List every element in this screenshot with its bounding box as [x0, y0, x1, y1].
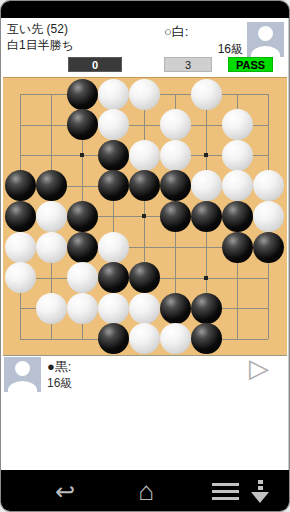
stone-white [98, 79, 129, 110]
play-button[interactable]: ▷ [249, 353, 269, 383]
hoshi-dot [80, 153, 84, 157]
stone-black [67, 232, 98, 263]
hoshi-dot [204, 153, 208, 157]
stone-white [5, 232, 36, 263]
stone-black [67, 109, 98, 140]
go-board[interactable] [3, 77, 287, 356]
stone-black [222, 201, 253, 232]
right-edge-divider [288, 18, 289, 470]
avatar-head-icon [15, 361, 30, 376]
stone-white [67, 262, 98, 293]
stone-black [98, 170, 129, 201]
menu-bars [212, 483, 239, 500]
stone-white [129, 323, 160, 354]
stone-black [5, 201, 36, 232]
white-player-avatar [247, 22, 284, 57]
stone-white [191, 79, 222, 110]
back-icon[interactable]: ↩ [47, 470, 83, 512]
stone-white [36, 293, 67, 324]
stone-black [253, 232, 284, 263]
stone-white [160, 323, 191, 354]
pass-button[interactable]: PASS [228, 57, 273, 72]
black-capture-counter: 0 [68, 57, 122, 72]
stone-black [98, 323, 129, 354]
stone-white [67, 293, 98, 324]
stone-black [160, 201, 191, 232]
match-info-line1: 互い先 (52) [7, 22, 68, 36]
stone-white [222, 109, 253, 140]
avatar-head-icon [258, 26, 273, 41]
stone-white [253, 170, 284, 201]
stone-white [129, 293, 160, 324]
stone-black [191, 293, 222, 324]
stone-white [98, 232, 129, 263]
stone-white [129, 140, 160, 171]
stone-black [191, 323, 222, 354]
stone-black [160, 293, 191, 324]
stone-white [98, 109, 129, 140]
hoshi-dot [142, 214, 146, 218]
stone-black [67, 201, 98, 232]
stone-white [253, 201, 284, 232]
stone-black [5, 170, 36, 201]
stone-white [36, 201, 67, 232]
stone-black [222, 232, 253, 263]
match-info: 互い先 (52)白1目半勝ち [7, 21, 74, 53]
android-nav-bar: ↩ ⌂ [1, 470, 289, 512]
down-arrow-glyph [251, 480, 269, 503]
white-player-label: ○白: [164, 23, 188, 41]
stone-white [222, 140, 253, 171]
hoshi-dot [204, 276, 208, 280]
stone-black [98, 262, 129, 293]
app-screen: 互い先 (52)白1目半勝ち ○白: 16級 0 3 PASS ●黒: 16級 … [0, 0, 290, 512]
menu-icon[interactable] [207, 470, 243, 512]
stone-white [160, 109, 191, 140]
black-player-avatar [4, 357, 41, 392]
stone-white [5, 262, 36, 293]
hide-bar-icon[interactable] [247, 470, 273, 512]
home-icon[interactable]: ⌂ [128, 470, 164, 512]
stone-black [98, 140, 129, 171]
stone-black [67, 79, 98, 110]
stone-white [129, 79, 160, 110]
stone-black [191, 201, 222, 232]
stone-black [129, 170, 160, 201]
status-bar [1, 1, 289, 18]
stone-black [160, 170, 191, 201]
black-player-label: ●黒: [47, 358, 71, 376]
stone-white [36, 232, 67, 263]
stone-white [160, 140, 191, 171]
stone-black [36, 170, 67, 201]
stone-white [191, 170, 222, 201]
white-capture-counter: 3 [164, 57, 212, 72]
avatar-body-icon [8, 381, 37, 392]
match-info-line2: 白1目半勝ち [7, 38, 74, 52]
stone-black [129, 262, 160, 293]
black-player-rank: 16級 [47, 375, 72, 392]
stone-white [222, 170, 253, 201]
white-player-rank: 16級 [179, 41, 243, 58]
avatar-body-icon [251, 46, 280, 57]
stone-white [98, 293, 129, 324]
